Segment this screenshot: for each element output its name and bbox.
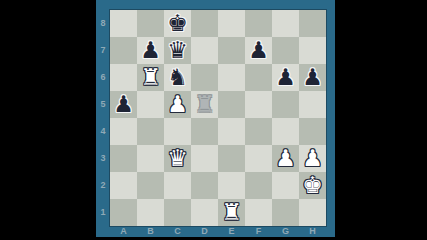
square-f3[interactable]: [245, 145, 272, 172]
piece-black-pawn[interactable]: ♟: [137, 37, 164, 64]
file-label-d: D: [191, 226, 218, 237]
square-c1[interactable]: [164, 199, 191, 226]
square-b1[interactable]: [137, 199, 164, 226]
square-b5[interactable]: [137, 91, 164, 118]
square-f1[interactable]: [245, 199, 272, 226]
piece-black-knight[interactable]: ♞: [164, 64, 191, 91]
square-b4[interactable]: [137, 118, 164, 145]
square-d8[interactable]: [191, 10, 218, 37]
rank-labels: 87654321: [96, 10, 110, 226]
square-a2[interactable]: [110, 172, 137, 199]
rank-label-4: 4: [96, 118, 110, 145]
square-h5[interactable]: [299, 91, 326, 118]
square-f5[interactable]: [245, 91, 272, 118]
square-a1[interactable]: [110, 199, 137, 226]
square-d3[interactable]: [191, 145, 218, 172]
square-d4[interactable]: [191, 118, 218, 145]
piece-black-queen[interactable]: ♛: [164, 37, 191, 64]
file-label-a: A: [110, 226, 137, 237]
square-a6[interactable]: [110, 64, 137, 91]
square-h4[interactable]: [299, 118, 326, 145]
file-label-e: E: [218, 226, 245, 237]
piece-black-pawn[interactable]: ♟: [110, 91, 137, 118]
piece-white-rook[interactable]: ♜: [137, 64, 164, 91]
piece-black-pawn[interactable]: ♟: [299, 64, 326, 91]
file-labels: ABCDEFGH: [110, 226, 326, 237]
square-h7[interactable]: [299, 37, 326, 64]
square-a7[interactable]: [110, 37, 137, 64]
square-e8[interactable]: [218, 10, 245, 37]
rank-label-7: 7: [96, 37, 110, 64]
piece-white-queen[interactable]: ♛: [164, 145, 191, 172]
square-e6[interactable]: [218, 64, 245, 91]
rank-label-3: 3: [96, 145, 110, 172]
square-f6[interactable]: [245, 64, 272, 91]
rank-label-8: 8: [96, 10, 110, 37]
piece-white-king[interactable]: ♚: [299, 172, 326, 199]
square-b2[interactable]: [137, 172, 164, 199]
board-frame: 87654321 ♚♟♛♟♜♞♟♟♟♟♜♛♟♟♚♜ ABCDEFGH: [96, 0, 335, 237]
file-label-f: F: [245, 226, 272, 237]
square-d6[interactable]: [191, 64, 218, 91]
piece-white-pawn[interactable]: ♟: [272, 145, 299, 172]
square-f4[interactable]: [245, 118, 272, 145]
square-h8[interactable]: [299, 10, 326, 37]
square-d7[interactable]: [191, 37, 218, 64]
rank-label-2: 2: [96, 172, 110, 199]
left-letterbox-bar: [0, 0, 96, 240]
piece-white-pawn[interactable]: ♟: [164, 91, 191, 118]
video-frame: 87654321 ♚♟♛♟♜♞♟♟♟♟♜♛♟♟♚♜ ABCDEFGH: [0, 0, 427, 240]
square-b3[interactable]: [137, 145, 164, 172]
rank-label-6: 6: [96, 64, 110, 91]
square-c2[interactable]: [164, 172, 191, 199]
square-d2[interactable]: [191, 172, 218, 199]
chess-board: ♚♟♛♟♜♞♟♟♟♟♜♛♟♟♚♜: [110, 10, 326, 226]
square-a3[interactable]: [110, 145, 137, 172]
piece-white-rook[interactable]: ♜: [218, 199, 245, 226]
right-letterbox-bar: [335, 0, 427, 240]
piece-white-rook-ghost[interactable]: ♜: [191, 91, 218, 118]
square-e2[interactable]: [218, 172, 245, 199]
piece-black-king[interactable]: ♚: [164, 10, 191, 37]
file-label-h: H: [299, 226, 326, 237]
rank-label-5: 5: [96, 91, 110, 118]
piece-black-pawn[interactable]: ♟: [272, 64, 299, 91]
square-e7[interactable]: [218, 37, 245, 64]
file-label-g: G: [272, 226, 299, 237]
file-label-c: C: [164, 226, 191, 237]
square-e3[interactable]: [218, 145, 245, 172]
square-f2[interactable]: [245, 172, 272, 199]
square-e5[interactable]: [218, 91, 245, 118]
file-label-b: B: [137, 226, 164, 237]
square-a4[interactable]: [110, 118, 137, 145]
square-g2[interactable]: [272, 172, 299, 199]
piece-black-pawn[interactable]: ♟: [245, 37, 272, 64]
piece-white-pawn[interactable]: ♟: [299, 145, 326, 172]
square-b8[interactable]: [137, 10, 164, 37]
square-g5[interactable]: [272, 91, 299, 118]
square-e4[interactable]: [218, 118, 245, 145]
square-g1[interactable]: [272, 199, 299, 226]
square-g8[interactable]: [272, 10, 299, 37]
square-d1[interactable]: [191, 199, 218, 226]
square-c4[interactable]: [164, 118, 191, 145]
square-h1[interactable]: [299, 199, 326, 226]
square-a8[interactable]: [110, 10, 137, 37]
square-g4[interactable]: [272, 118, 299, 145]
rank-label-1: 1: [96, 199, 110, 226]
square-g7[interactable]: [272, 37, 299, 64]
square-f8[interactable]: [245, 10, 272, 37]
